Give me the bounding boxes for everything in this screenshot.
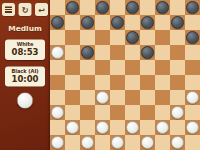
board-cell[interactable]: [155, 60, 170, 75]
board-cell[interactable]: [140, 75, 155, 90]
board-cell: [50, 90, 65, 105]
white-piece[interactable]: [126, 121, 139, 134]
white-piece[interactable]: [141, 136, 154, 149]
board-cell: [185, 105, 200, 120]
board-cell[interactable]: [80, 15, 95, 30]
board-cell: [65, 75, 80, 90]
board-cell[interactable]: [110, 135, 125, 150]
board-cell: [110, 30, 125, 45]
board-cell: [95, 45, 110, 60]
board-cell[interactable]: [155, 120, 170, 135]
white-piece[interactable]: [171, 106, 184, 119]
board-cell[interactable]: [50, 45, 65, 60]
board-cell: [185, 135, 200, 150]
board-cell: [95, 75, 110, 90]
black-piece[interactable]: [141, 16, 154, 29]
white-timer-value: 08:53: [5, 48, 45, 58]
board-cell[interactable]: [50, 135, 65, 150]
black-piece[interactable]: [186, 1, 199, 14]
toolbar: ↻ ↩: [2, 3, 48, 16]
board-cell: [170, 30, 185, 45]
board-cell: [185, 15, 200, 30]
board-cell: [95, 105, 110, 120]
white-piece[interactable]: [51, 136, 64, 149]
board-cell: [110, 120, 125, 135]
board-cell[interactable]: [65, 60, 80, 75]
black-piece[interactable]: [141, 46, 154, 59]
undo-icon: ↩: [38, 5, 45, 15]
board-cell[interactable]: [125, 90, 140, 105]
white-piece[interactable]: [81, 136, 94, 149]
board-cell: [155, 135, 170, 150]
board-cell: [125, 45, 140, 60]
board-cell[interactable]: [65, 120, 80, 135]
board-cell[interactable]: [140, 15, 155, 30]
board-cell: [110, 0, 125, 15]
board-cell: [125, 75, 140, 90]
board-cell[interactable]: [125, 60, 140, 75]
white-piece[interactable]: [51, 106, 64, 119]
black-piece[interactable]: [126, 1, 139, 14]
board-cell[interactable]: [80, 135, 95, 150]
board-cell: [170, 0, 185, 15]
board-cell[interactable]: [185, 120, 200, 135]
board-cell: [125, 105, 140, 120]
board-cell: [125, 135, 140, 150]
board-cell: [50, 0, 65, 15]
board-cell[interactable]: [170, 15, 185, 30]
board: [50, 0, 200, 150]
board-cell[interactable]: [140, 135, 155, 150]
board-cell: [80, 0, 95, 15]
board-cell[interactable]: [65, 90, 80, 105]
board-cell[interactable]: [185, 0, 200, 15]
black-timer-card: Black (AI) 10:00: [5, 66, 45, 86]
board-cell: [170, 90, 185, 105]
board-cell[interactable]: [65, 30, 80, 45]
app-window: ↻ ↩ Medium White 08:53 Black (AI) 10:00: [0, 0, 200, 150]
board-cell[interactable]: [95, 120, 110, 135]
board-cell[interactable]: [50, 75, 65, 90]
board-cell[interactable]: [95, 90, 110, 105]
turn-indicator-white-piece: [17, 93, 33, 109]
board-cell[interactable]: [95, 0, 110, 15]
board-cell: [140, 30, 155, 45]
sidebar: ↻ ↩ Medium White 08:53 Black (AI) 10:00: [0, 0, 50, 150]
black-piece[interactable]: [126, 31, 139, 44]
black-piece[interactable]: [66, 1, 79, 14]
board-cell[interactable]: [110, 105, 125, 120]
white-piece[interactable]: [96, 121, 109, 134]
board-cell[interactable]: [125, 0, 140, 15]
board-cell[interactable]: [80, 105, 95, 120]
menu-icon: [5, 6, 12, 13]
restart-button[interactable]: ↻: [19, 3, 32, 16]
board-cell[interactable]: [125, 120, 140, 135]
board-cell: [170, 60, 185, 75]
board-cell: [140, 60, 155, 75]
board-cell[interactable]: [140, 45, 155, 60]
board-cell[interactable]: [185, 60, 200, 75]
white-piece[interactable]: [111, 136, 124, 149]
black-piece[interactable]: [96, 1, 109, 14]
black-piece[interactable]: [81, 46, 94, 59]
board-cell: [50, 60, 65, 75]
white-piece[interactable]: [186, 121, 199, 134]
board-cell[interactable]: [155, 0, 170, 15]
board-cell: [65, 135, 80, 150]
board-cell[interactable]: [170, 45, 185, 60]
menu-button[interactable]: [2, 3, 15, 16]
board-cell: [50, 30, 65, 45]
board-cell: [125, 15, 140, 30]
board-cell[interactable]: [50, 105, 65, 120]
black-piece[interactable]: [186, 31, 199, 44]
board-cell: [170, 120, 185, 135]
board-cell[interactable]: [155, 90, 170, 105]
board-cell[interactable]: [65, 0, 80, 15]
board-cell: [140, 120, 155, 135]
board-cell[interactable]: [140, 105, 155, 120]
white-timer-card: White 08:53: [5, 40, 45, 60]
board-cell[interactable]: [170, 135, 185, 150]
board-cell: [110, 60, 125, 75]
board-cell: [155, 45, 170, 60]
black-piece[interactable]: [81, 16, 94, 29]
white-piece[interactable]: [156, 121, 169, 134]
board-cell: [65, 45, 80, 60]
board-cell[interactable]: [170, 105, 185, 120]
board-cell: [50, 120, 65, 135]
undo-button[interactable]: ↩: [35, 3, 48, 16]
board-cell[interactable]: [185, 90, 200, 105]
white-piece[interactable]: [96, 91, 109, 104]
black-piece[interactable]: [156, 1, 169, 14]
board-cell[interactable]: [95, 60, 110, 75]
board-cell: [155, 75, 170, 90]
white-piece[interactable]: [51, 46, 64, 59]
board-cell: [80, 90, 95, 105]
board-cell: [155, 15, 170, 30]
black-timer-value: 10:00: [5, 74, 45, 84]
restart-icon: ↻: [22, 5, 29, 15]
board-cell[interactable]: [80, 75, 95, 90]
black-piece[interactable]: [51, 16, 64, 29]
board-cell[interactable]: [185, 30, 200, 45]
board-cell: [140, 90, 155, 105]
board-cell: [185, 75, 200, 90]
white-piece[interactable]: [171, 136, 184, 149]
board-cell[interactable]: [110, 15, 125, 30]
board-cell[interactable]: [80, 45, 95, 60]
board-cell: [80, 30, 95, 45]
board-cell[interactable]: [50, 15, 65, 30]
board-cell: [110, 90, 125, 105]
black-piece[interactable]: [171, 16, 184, 29]
board-cell: [95, 135, 110, 150]
board-cell[interactable]: [110, 45, 125, 60]
board-cell[interactable]: [95, 30, 110, 45]
white-piece[interactable]: [66, 121, 79, 134]
board-cell: [65, 105, 80, 120]
board-cell: [140, 0, 155, 15]
board-cell: [155, 105, 170, 120]
board-cell[interactable]: [125, 30, 140, 45]
board-cell: [185, 45, 200, 60]
white-piece[interactable]: [186, 91, 199, 104]
board-cell: [95, 15, 110, 30]
difficulty-label: Medium: [8, 24, 42, 33]
board-cell[interactable]: [170, 75, 185, 90]
black-piece[interactable]: [111, 16, 124, 29]
board-cell[interactable]: [110, 75, 125, 90]
board-cell: [80, 60, 95, 75]
board-cell: [65, 15, 80, 30]
board-cell: [80, 120, 95, 135]
board-cell[interactable]: [155, 30, 170, 45]
